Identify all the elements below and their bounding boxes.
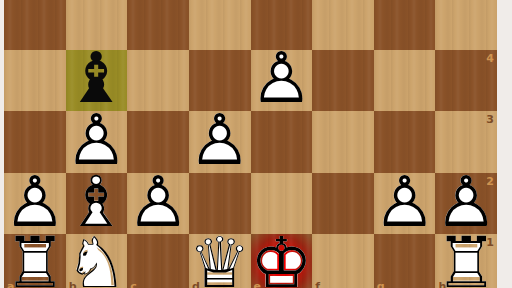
square-d5[interactable] [189, 0, 251, 50]
white-knight-piece[interactable]: ♞♘ [66, 234, 128, 288]
white-pawn-outline: ♙ [188, 105, 251, 175]
square-h5[interactable]: 5 [435, 0, 497, 50]
square-e3[interactable] [251, 111, 313, 173]
square-c5[interactable] [127, 0, 189, 50]
square-d1[interactable]: ♛♕d [189, 234, 251, 288]
file-label-f: f [315, 280, 320, 288]
white-pawn-outline: ♙ [127, 166, 190, 236]
white-pawn-piece[interactable]: ♟♙ [374, 173, 436, 235]
chess-board: 8765♝♟♙4♟♙♟♙3♟♙♝♗♟♙♟♙♟♙2♜♖a♞♘bc♛♕d♚♔efg♜… [4, 0, 497, 288]
square-g4[interactable] [374, 50, 436, 112]
square-a5[interactable] [4, 0, 66, 50]
white-knight-outline: ♘ [65, 228, 128, 288]
white-rook-outline: ♖ [3, 228, 66, 288]
square-g5[interactable] [374, 0, 436, 50]
square-a4[interactable] [4, 50, 66, 112]
white-queen-outline: ♕ [188, 228, 251, 288]
white-pawn-piece[interactable]: ♟♙ [189, 111, 251, 173]
file-label-c: c [130, 280, 137, 288]
rank-label-4: 4 [486, 52, 494, 65]
square-e1[interactable]: ♚♔e [251, 234, 313, 288]
square-f2[interactable] [312, 173, 374, 235]
square-g2[interactable]: ♟♙ [374, 173, 436, 235]
white-rook-outline: ♖ [435, 228, 498, 288]
square-h4[interactable]: 4 [435, 50, 497, 112]
square-d3[interactable]: ♟♙ [189, 111, 251, 173]
square-a1[interactable]: ♜♖a [4, 234, 66, 288]
white-king-outline: ♔ [250, 228, 313, 288]
square-f3[interactable] [312, 111, 374, 173]
square-b1[interactable]: ♞♘b [66, 234, 128, 288]
square-f5[interactable] [312, 0, 374, 50]
white-queen-piece[interactable]: ♛♕ [189, 234, 251, 288]
white-rook-piece[interactable]: ♜♖ [435, 234, 497, 288]
white-king-piece[interactable]: ♚♔ [251, 234, 313, 288]
rank-label-5: 5 [486, 0, 494, 3]
square-c4[interactable] [127, 50, 189, 112]
page: 8765♝♟♙4♟♙♟♙3♟♙♝♗♟♙♟♙♟♙2♜♖a♞♘bc♛♕d♚♔efg♜… [0, 0, 512, 288]
square-f1[interactable]: f [312, 234, 374, 288]
white-rook-piece[interactable]: ♜♖ [4, 234, 66, 288]
rank-label-3: 3 [486, 113, 494, 126]
white-pawn-piece[interactable]: ♟♙ [251, 50, 313, 112]
white-pawn-outline: ♙ [373, 166, 436, 236]
white-pawn-piece[interactable]: ♟♙ [127, 173, 189, 235]
file-label-g: g [377, 280, 385, 288]
square-f4[interactable] [312, 50, 374, 112]
square-e4[interactable]: ♟♙ [251, 50, 313, 112]
white-pawn-outline: ♙ [250, 43, 313, 113]
square-c2[interactable]: ♟♙ [127, 173, 189, 235]
square-h1[interactable]: ♜♖h1 [435, 234, 497, 288]
